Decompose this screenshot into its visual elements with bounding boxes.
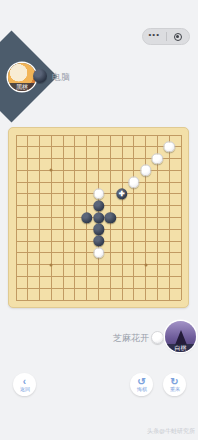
gomoku-board[interactable]: ✚ [8,127,189,308]
black-stone: ✚ [116,188,127,199]
star-point [50,263,53,266]
star-point [50,169,53,172]
back-chevron-icon: ‹ [23,377,26,386]
black-stone [93,235,104,246]
black-stone [81,212,92,223]
restart-label: 重来 [169,386,179,391]
star-point [144,263,147,266]
player-name: 芝麻花开 [113,332,149,345]
white-stone [140,165,151,176]
capsule-more-button[interactable]: ••• [143,29,166,44]
pagoda-silhouette [175,330,187,345]
computer-name: 电脑 [52,71,70,84]
white-stone-indicator [151,331,164,344]
black-stone [93,224,104,235]
player-side-badge: 白棋 [165,344,196,352]
last-move-marker: ✚ [119,190,125,197]
capsule-home-button[interactable] [167,29,190,44]
board-grid: ✚ [16,135,181,300]
restart-arrow-icon: ↻ [170,377,178,386]
home-circle-icon [174,33,182,41]
computer-avatar: 黑棋 [8,63,36,91]
black-stone [105,212,116,223]
undo-move-button[interactable]: ↺ 悔棋 [130,373,153,396]
restart-button[interactable]: ↻ 重来 [163,373,186,396]
back-label: 返回 [19,386,29,391]
watermark-text: 头条@牛蛙研究所 [147,427,195,436]
gomoku-app-screen: 黑棋 电脑 ••• ✚ 芝麻花开 白棋 ‹ 返回 ↺ 悔棋 ↻ 重来 头条@牛蛙… [0,0,198,440]
white-stone [93,247,104,258]
white-stone [128,176,139,187]
back-button[interactable]: ‹ 返回 [13,373,36,396]
white-stone [164,141,175,152]
wechat-capsule: ••• [142,28,190,45]
grid-line [181,135,182,300]
more-dots-icon: ••• [149,31,160,42]
grid-line [16,288,181,289]
black-stone-indicator [33,69,47,83]
black-stone [93,200,104,211]
undo-arrow-icon: ↺ [137,377,145,386]
grid-line [169,135,170,300]
undo-label: 悔棋 [136,386,146,391]
white-stone [93,188,104,199]
black-stone [93,212,104,223]
player-avatar: 白棋 [165,321,196,352]
grid-line [16,300,181,301]
white-stone [152,153,163,164]
